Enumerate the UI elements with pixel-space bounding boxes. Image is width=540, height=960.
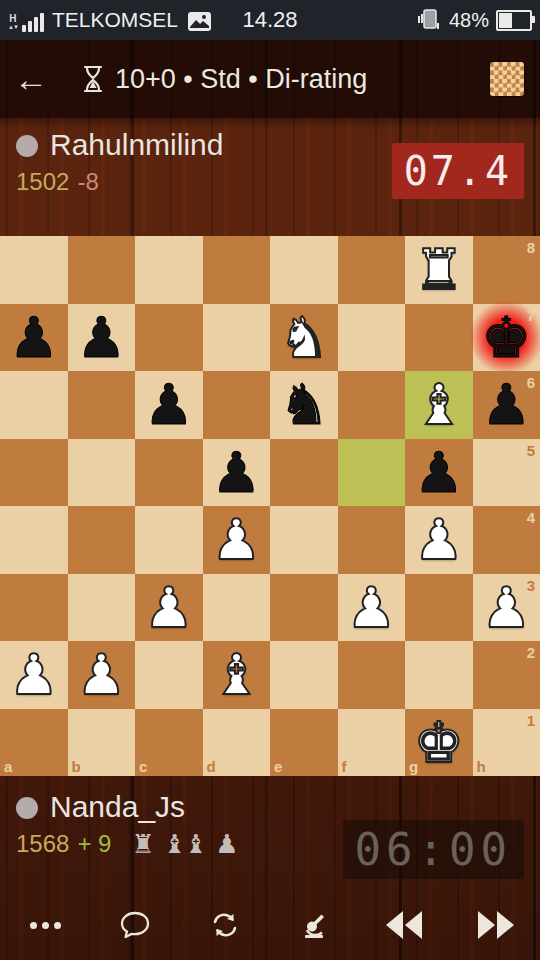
rank-label: 1 <box>527 712 535 729</box>
square-d3[interactable] <box>203 574 271 642</box>
player-card-top: Rahulnmilind 1502 -8 07.4 <box>0 128 540 236</box>
game-screen: H▲▼ TELKOMSEL 14.28 48% ← <box>0 0 540 960</box>
game-setup-title: 10+0 • Std • Di-rating <box>115 64 367 95</box>
vibrate-icon <box>416 7 442 33</box>
square-g4[interactable]: ♟ <box>405 506 473 574</box>
captured-piece: ♜ <box>131 831 152 857</box>
file-label: e <box>274 758 282 775</box>
square-d2[interactable]: ♝ <box>203 641 271 709</box>
rank-label: 6 <box>527 374 535 391</box>
rank-label: 4 <box>527 509 535 526</box>
status-bar: H▲▼ TELKOMSEL 14.28 48% <box>0 0 540 40</box>
square-a7[interactable]: ♟ <box>0 304 68 372</box>
square-b2[interactable]: ♟ <box>68 641 136 709</box>
square-e7[interactable]: ♞ <box>270 304 338 372</box>
back-icon[interactable]: ← <box>0 40 62 118</box>
square-h7[interactable]: ♚7 <box>473 304 540 372</box>
file-label: b <box>72 758 81 775</box>
square-c2[interactable] <box>135 641 203 709</box>
square-c5[interactable] <box>135 439 203 507</box>
square-d4[interactable]: ♟ <box>203 506 271 574</box>
more-button[interactable] <box>0 890 90 960</box>
black-king: ♚ <box>481 304 531 371</box>
square-b8[interactable] <box>68 236 136 304</box>
square-d5[interactable]: ♟ <box>203 439 271 507</box>
board-thumbnail-icon[interactable] <box>490 62 524 96</box>
black-pawn: ♟ <box>9 304 59 371</box>
square-g7[interactable] <box>405 304 473 372</box>
square-a8[interactable] <box>0 236 68 304</box>
white-knight: ♞ <box>279 304 329 371</box>
square-g8[interactable]: ♜ <box>405 236 473 304</box>
square-a3[interactable] <box>0 574 68 642</box>
square-b5[interactable] <box>68 439 136 507</box>
battery-icon <box>496 10 532 31</box>
square-e6[interactable]: ♞ <box>270 371 338 439</box>
network-type-icon: H▲▼ <box>8 14 18 32</box>
battery-percent-label: 48% <box>449 9 489 32</box>
square-a2[interactable]: ♟ <box>0 641 68 709</box>
square-f4[interactable] <box>338 506 406 574</box>
rating-delta: -8 <box>77 168 98 196</box>
square-h2[interactable]: 2 <box>473 641 540 709</box>
black-pawn: ♟ <box>76 304 126 371</box>
white-pawn: ♟ <box>346 574 396 641</box>
file-label: f <box>342 758 347 775</box>
square-g1[interactable]: ♚g <box>405 709 473 777</box>
player-card-bottom: Nanda_Js 1568 + 9 ♜♝♝♟ 06:00 <box>0 790 540 890</box>
white-rook: ♜ <box>414 236 464 303</box>
square-f7[interactable] <box>338 304 406 372</box>
white-pawn: ♟ <box>9 641 59 708</box>
white-bishop: ♝ <box>414 371 464 438</box>
square-g3[interactable] <box>405 574 473 642</box>
square-g6[interactable]: ♝ <box>405 371 473 439</box>
square-e2[interactable] <box>270 641 338 709</box>
square-a6[interactable] <box>0 371 68 439</box>
square-d1[interactable]: d <box>203 709 271 777</box>
white-pawn: ♟ <box>414 506 464 573</box>
white-pawn: ♟ <box>211 506 261 573</box>
square-h6[interactable]: ♟6 <box>473 371 540 439</box>
rating-delta: + 9 <box>77 830 111 858</box>
square-b1[interactable]: b <box>68 709 136 777</box>
player-name[interactable]: Nanda_Js <box>50 790 185 824</box>
black-pawn: ♟ <box>481 371 531 438</box>
chat-bubble-icon <box>119 910 151 940</box>
captured-piece: ♟ <box>215 831 236 857</box>
white-bishop: ♝ <box>211 641 261 708</box>
square-a5[interactable] <box>0 439 68 507</box>
square-c6[interactable]: ♟ <box>135 371 203 439</box>
player-rating: 1568 <box>16 830 69 858</box>
file-label: h <box>477 758 486 775</box>
file-label: c <box>139 758 147 775</box>
file-label: d <box>207 758 216 775</box>
forward-button[interactable] <box>450 890 540 960</box>
player-status-dot <box>16 135 38 157</box>
white-pawn: ♟ <box>144 574 194 641</box>
square-d7[interactable] <box>203 304 271 372</box>
square-a4[interactable] <box>0 506 68 574</box>
square-f1[interactable]: f <box>338 709 406 777</box>
square-f2[interactable] <box>338 641 406 709</box>
square-b3[interactable] <box>68 574 136 642</box>
square-e1[interactable]: e <box>270 709 338 777</box>
rewind-icon <box>386 911 424 939</box>
square-h3[interactable]: ♟3 <box>473 574 540 642</box>
square-f5[interactable] <box>338 439 406 507</box>
player-clock-bottom: 06:00 <box>343 820 524 879</box>
screenshot-icon <box>187 11 212 32</box>
square-d8[interactable] <box>203 236 271 304</box>
square-b6[interactable] <box>68 371 136 439</box>
rewind-button[interactable] <box>360 890 450 960</box>
player-status-dot <box>16 797 38 819</box>
square-h4[interactable]: 4 <box>473 506 540 574</box>
black-pawn: ♟ <box>144 371 194 438</box>
square-e8[interactable] <box>270 236 338 304</box>
flip-board-button[interactable] <box>180 890 270 960</box>
square-c3[interactable]: ♟ <box>135 574 203 642</box>
signal-bars-icon <box>22 12 44 32</box>
square-g5[interactable]: ♟ <box>405 439 473 507</box>
square-f6[interactable] <box>338 371 406 439</box>
square-f8[interactable] <box>338 236 406 304</box>
square-g2[interactable] <box>405 641 473 709</box>
rank-label: 7 <box>527 307 535 324</box>
square-e4[interactable] <box>270 506 338 574</box>
square-c4[interactable] <box>135 506 203 574</box>
white-pawn: ♟ <box>76 641 126 708</box>
rank-label: 8 <box>527 239 535 256</box>
square-h1[interactable]: 1h <box>473 709 540 777</box>
square-e5[interactable] <box>270 439 338 507</box>
square-h5[interactable]: 5 <box>473 439 540 507</box>
square-d6[interactable] <box>203 371 271 439</box>
rank-label: 3 <box>527 577 535 594</box>
white-king: ♚ <box>414 709 464 776</box>
black-pawn: ♟ <box>211 439 261 506</box>
captured-piece: ♝ <box>163 831 184 857</box>
app-bar: ← 10+0 • Std • Di-rating <box>0 40 540 118</box>
square-c8[interactable] <box>135 236 203 304</box>
cycle-arrows-icon <box>208 910 242 940</box>
player-name[interactable]: Rahulnmilind <box>50 128 223 162</box>
square-c7[interactable] <box>135 304 203 372</box>
square-b4[interactable] <box>68 506 136 574</box>
file-label: a <box>4 758 12 775</box>
square-f3[interactable]: ♟ <box>338 574 406 642</box>
square-e3[interactable] <box>270 574 338 642</box>
forward-icon <box>476 911 514 939</box>
player-rating: 1502 <box>16 168 69 196</box>
rank-label: 2 <box>527 644 535 661</box>
chess-board[interactable]: ♜8♟♟♞♚7♟♞♝♟6♟♟5♟♟4♟♟♟3♟♟♝2abcdef♚g1h <box>0 236 540 776</box>
square-h8[interactable]: 8 <box>473 236 540 304</box>
black-pawn: ♟ <box>414 439 464 506</box>
square-b7[interactable]: ♟ <box>68 304 136 372</box>
rank-label: 5 <box>527 442 535 459</box>
file-label: g <box>409 758 418 775</box>
captured-pieces: ♜♝♝♟ <box>131 831 236 857</box>
carrier-label: TELKOMSEL <box>52 8 178 32</box>
ellipsis-icon <box>30 922 61 929</box>
analysis-button[interactable] <box>270 890 360 960</box>
square-a1[interactable]: a <box>0 709 68 777</box>
chat-button[interactable] <box>90 890 180 960</box>
white-pawn: ♟ <box>481 574 531 641</box>
action-bar <box>0 890 540 960</box>
square-c1[interactable]: c <box>135 709 203 777</box>
microscope-icon <box>299 909 331 941</box>
captured-piece: ♝ <box>184 831 205 857</box>
hourglass-icon <box>80 64 106 94</box>
player-clock-top: 07.4 <box>392 143 524 199</box>
black-knight: ♞ <box>279 371 329 438</box>
